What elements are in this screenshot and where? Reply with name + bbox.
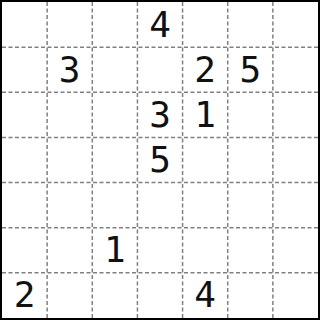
given-digit: 3: [59, 52, 81, 88]
cell-r5c1[interactable]: [2, 183, 47, 228]
cell-r2c2[interactable]: 3: [47, 47, 92, 92]
cell-r3c3[interactable]: [92, 92, 137, 137]
cell-r1c3[interactable]: [92, 2, 137, 47]
cell-r7c6[interactable]: [228, 273, 273, 318]
cell-r5c4[interactable]: [137, 183, 182, 228]
cell-r4c2[interactable]: [47, 137, 92, 182]
cell-r2c7[interactable]: [273, 47, 318, 92]
cell-r2c3[interactable]: [92, 47, 137, 92]
given-digit: 5: [149, 142, 171, 178]
cell-r1c2[interactable]: [47, 2, 92, 47]
given-digit: 3: [149, 97, 171, 133]
given-digit: 4: [194, 277, 216, 313]
given-digit: 2: [14, 277, 36, 313]
cell-r5c2[interactable]: [47, 183, 92, 228]
board-grid: 4325315124: [2, 2, 318, 318]
cell-r2c1[interactable]: [2, 47, 47, 92]
cell-r7c7[interactable]: [273, 273, 318, 318]
cell-r7c5[interactable]: 4: [183, 273, 228, 318]
cell-r5c7[interactable]: [273, 183, 318, 228]
cell-r1c7[interactable]: [273, 2, 318, 47]
cell-r6c4[interactable]: [137, 228, 182, 273]
cell-r5c5[interactable]: [183, 183, 228, 228]
cell-r6c2[interactable]: [47, 228, 92, 273]
cell-r1c4[interactable]: 4: [137, 2, 182, 47]
cell-r1c6[interactable]: [228, 2, 273, 47]
cell-r6c7[interactable]: [273, 228, 318, 273]
cell-r7c1[interactable]: 2: [2, 273, 47, 318]
given-digit: 1: [104, 232, 126, 268]
cell-r5c3[interactable]: [92, 183, 137, 228]
cell-r6c3[interactable]: 1: [92, 228, 137, 273]
cell-r4c1[interactable]: [2, 137, 47, 182]
cell-r3c7[interactable]: [273, 92, 318, 137]
cell-r3c6[interactable]: [228, 92, 273, 137]
cell-r2c4[interactable]: [137, 47, 182, 92]
cell-r4c3[interactable]: [92, 137, 137, 182]
cell-r4c6[interactable]: [228, 137, 273, 182]
puzzle-board: 4325315124: [0, 0, 320, 320]
cell-r1c5[interactable]: [183, 2, 228, 47]
cell-r4c7[interactable]: [273, 137, 318, 182]
cell-r6c1[interactable]: [2, 228, 47, 273]
cell-r3c4[interactable]: 3: [137, 92, 182, 137]
cell-r3c5[interactable]: 1: [183, 92, 228, 137]
cell-r6c6[interactable]: [228, 228, 273, 273]
given-digit: 1: [194, 97, 216, 133]
given-digit: 2: [194, 52, 216, 88]
cell-r2c6[interactable]: 5: [228, 47, 273, 92]
cell-r3c1[interactable]: [2, 92, 47, 137]
cell-r4c4[interactable]: 5: [137, 137, 182, 182]
cell-r7c2[interactable]: [47, 273, 92, 318]
cell-r7c4[interactable]: [137, 273, 182, 318]
cell-r6c5[interactable]: [183, 228, 228, 273]
given-digit: 5: [239, 52, 261, 88]
cell-r5c6[interactable]: [228, 183, 273, 228]
cell-r7c3[interactable]: [92, 273, 137, 318]
cell-r3c2[interactable]: [47, 92, 92, 137]
given-digit: 4: [149, 7, 171, 43]
cell-r4c5[interactable]: [183, 137, 228, 182]
cell-r1c1[interactable]: [2, 2, 47, 47]
cell-r2c5[interactable]: 2: [183, 47, 228, 92]
